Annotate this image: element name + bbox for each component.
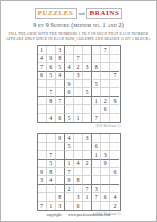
sudoku2-cell-r8c2[interactable] (47, 193, 56, 201)
sudoku2-cell-r7c3[interactable] (56, 185, 65, 193)
sudoku1-cell-r1c9[interactable] (110, 46, 119, 54)
sudoku2-cell-r6c8[interactable] (101, 176, 110, 184)
sudoku1-cell-r5c6[interactable] (83, 80, 92, 88)
puzzle-sheet: Puzzles and Brains 9 by 9 Sudoku (medium… (0, 0, 157, 222)
sudoku1-cell-r3c7[interactable]: 8 (92, 63, 101, 71)
sudoku1-cell-r1c3[interactable]: 3 (56, 46, 65, 54)
logo-puzzles-text: Puzzles (35, 8, 77, 19)
sudoku1-cell-r7c4[interactable] (65, 97, 74, 105)
sudoku1-cell-r9c9[interactable] (110, 114, 119, 122)
sudoku1-cell-r5c7[interactable]: 5 (92, 80, 101, 88)
sudoku2-cell-r3c2[interactable]: 7 (47, 151, 56, 159)
sudoku2-cell-r9c1[interactable]: 7 (38, 202, 47, 210)
sudoku2-cell-r5c4[interactable]: 7 (65, 168, 74, 176)
sudoku1-cell-r1c6[interactable] (83, 46, 92, 54)
sudoku1-cell-r2c1[interactable]: 4 (38, 55, 47, 63)
website-url: www.puzzlesandbrains.com (68, 213, 111, 217)
sudoku1-cell-r1c7[interactable] (92, 46, 101, 54)
sudoku2-cell-r1c6[interactable]: 3 (83, 134, 92, 142)
sudoku2-cell-r7c8[interactable] (101, 185, 110, 193)
sudoku2-cell-r2c3[interactable] (56, 143, 65, 151)
sudoku2-cell-r6c1[interactable]: 3 (38, 176, 47, 184)
sudoku1-cell-r9c4[interactable]: 5 (65, 114, 74, 122)
sudoku1-cell-r1c4[interactable] (65, 46, 74, 54)
sudoku2-cell-r1c9[interactable] (110, 134, 119, 142)
sudoku2-cell-r8c6[interactable]: 1 (83, 193, 92, 201)
sudoku1-cell-r8c6[interactable] (83, 105, 92, 113)
sudoku1-cell-r6c9[interactable] (110, 88, 119, 96)
logo: Puzzles and Brains (1, 8, 156, 19)
sudoku2-cell-r6c9[interactable] (110, 176, 119, 184)
sudoku1-cell-r3c4[interactable]: 4 (65, 63, 74, 71)
sudoku2-cell-r1c3[interactable]: 9 (56, 134, 65, 142)
sudoku1-cell-r4c6[interactable] (83, 72, 92, 80)
sudoku2-cell-r5c8[interactable] (101, 168, 110, 176)
sudoku2-cell-r8c1[interactable] (38, 193, 47, 201)
sudoku2-cell-r8c5[interactable]: 3 (74, 193, 83, 201)
sudoku2-cell-r9c7[interactable] (92, 202, 101, 210)
sudoku1-cell-r6c5[interactable] (74, 88, 83, 96)
sudoku1-cell-r2c2[interactable]: 9 (47, 55, 56, 63)
sudoku1-cell-r4c9[interactable]: 7 (110, 72, 119, 80)
sudoku1-cell-r4c7[interactable] (92, 72, 101, 80)
sudoku1-cell-r7c3[interactable]: 7 (56, 97, 65, 105)
sudoku1-cell-r7c2[interactable]: 8 (47, 97, 56, 105)
sudoku1-cell-r6c1[interactable] (38, 88, 47, 96)
sudoku2-cell-r9c6[interactable] (83, 202, 92, 210)
sudoku2-cell-r2c1[interactable] (38, 143, 47, 151)
sudoku1-cell-r4c4[interactable] (65, 72, 74, 80)
sudoku1-cell-r6c4[interactable]: 6 (65, 88, 74, 96)
sudoku2-cell-r3c9[interactable] (110, 151, 119, 159)
sudoku2-cell-r5c7[interactable] (92, 168, 101, 176)
page-title: 9 by 9 Sudoku (medium no. 1 and 2) (1, 22, 156, 29)
sudoku2-cell-r4c7[interactable] (92, 160, 101, 168)
sudoku2-cell-r2c4[interactable]: 5 (65, 143, 74, 151)
sudoku2-cell-r8c3[interactable]: 8 (56, 193, 65, 201)
sudoku2-cell-r1c2[interactable] (47, 134, 56, 142)
sudoku2-cell-r4c4[interactable]: 1 (65, 160, 74, 168)
sudoku1-cell-r1c1[interactable]: 1 (38, 46, 47, 54)
sudoku1-cell-r1c2[interactable] (47, 46, 56, 54)
sudoku1-cell-r5c1[interactable] (38, 80, 47, 88)
sudoku2-cell-r5c9[interactable]: 6 (110, 168, 119, 176)
sudoku2-cell-r4c5[interactable]: 4 (74, 160, 83, 168)
sudoku1-cell-r5c5[interactable] (74, 80, 83, 88)
sudoku1-cell-r3c5[interactable]: 2 (74, 63, 83, 71)
sudoku2-cell-r8c7[interactable]: 7 (92, 193, 101, 201)
sudoku-grid-2: 94356713514299876349827383176471362 (37, 133, 121, 211)
sudoku2-cell-r6c5[interactable]: 8 (74, 176, 83, 184)
sudoku1-cell-r4c2[interactable]: 5 (47, 72, 56, 80)
sudoku1-cell-r7c6[interactable] (83, 97, 92, 105)
sudoku1-cell-r3c9[interactable] (110, 63, 119, 71)
footer: copyright: www.puzzlesandbrains.com (1, 213, 156, 217)
puzzle-2: 94356713514299876349827383176471362 (9x9… (37, 133, 121, 217)
sudoku1-cell-r2c5[interactable]: 7 (74, 55, 83, 63)
sudoku2-cell-r5c5[interactable] (74, 168, 83, 176)
sudoku2-cell-r2c6[interactable] (83, 143, 92, 151)
sudoku2-cell-r1c1[interactable] (38, 134, 47, 142)
sudoku1-cell-r2c3[interactable]: 8 (56, 55, 65, 63)
sudoku1-cell-r3c6[interactable]: 3 (83, 63, 92, 71)
sudoku2-cell-r4c8[interactable]: 9 (101, 160, 110, 168)
sudoku1-cell-r3c2[interactable]: 6 (47, 63, 56, 71)
sudoku2-cell-r7c5[interactable] (74, 185, 83, 193)
sudoku2-cell-r9c3[interactable]: 3 (56, 202, 65, 210)
sudoku2-cell-r9c2[interactable]: 1 (47, 202, 56, 210)
sudoku1-cell-r6c7[interactable] (92, 88, 101, 96)
sudoku1-cell-r9c6[interactable] (83, 114, 92, 122)
sudoku1-cell-r7c8[interactable]: 2 (101, 97, 110, 105)
sudoku1-cell-r5c4[interactable]: 9 (65, 80, 74, 88)
sudoku2-cell-r5c3[interactable] (56, 168, 65, 176)
sudoku2-cell-r5c6[interactable] (83, 168, 92, 176)
sudoku2-cell-r4c9[interactable] (110, 160, 119, 168)
sudoku1-cell-r6c6[interactable]: 5 (83, 88, 92, 96)
sudoku2-cell-r7c4[interactable]: 2 (65, 185, 74, 193)
sudoku2-cell-r6c4[interactable]: 9 (65, 176, 74, 184)
sudoku1-cell-r9c5[interactable]: 1 (74, 114, 83, 122)
sudoku2-cell-r6c7[interactable] (92, 176, 101, 184)
sudoku1-cell-r1c8[interactable]: 7 (101, 46, 110, 54)
sudoku2-cell-r5c1[interactable]: 9 (38, 168, 47, 176)
sudoku1-cell-r8c8[interactable]: 6 (101, 105, 110, 113)
sudoku2-cell-r3c4[interactable] (65, 151, 74, 159)
sudoku1-cell-r8c1[interactable] (38, 105, 47, 113)
sudoku2-cell-r3c3[interactable] (56, 151, 65, 159)
sudoku1-cell-r6c2[interactable]: 7 (47, 88, 56, 96)
sudoku2-cell-r1c7[interactable] (92, 134, 101, 142)
sudoku2-cell-r1c5[interactable] (74, 134, 83, 142)
sudoku2-cell-r5c2[interactable]: 8 (47, 168, 56, 176)
logo-brains-text: Brains (86, 8, 122, 19)
sudoku1-cell-r7c9[interactable]: 9 (110, 97, 119, 105)
sudoku2-cell-r6c2[interactable]: 4 (47, 176, 56, 184)
sudoku2-cell-r7c6[interactable]: 7 (83, 185, 92, 193)
sudoku2-cell-r6c6[interactable] (83, 176, 92, 184)
sudoku2-cell-r3c8[interactable]: 3 (101, 151, 110, 159)
sudoku1-cell-r8c9[interactable] (110, 105, 119, 113)
sudoku1-cell-r9c8[interactable] (101, 114, 110, 122)
sudoku2-cell-r2c8[interactable] (101, 143, 110, 151)
sudoku1-cell-r4c8[interactable] (101, 72, 110, 80)
instructions: Fill the grid with the numbers 1 to 9 in… (1, 32, 156, 41)
sudoku1-cell-r3c1[interactable]: 7 (38, 63, 47, 71)
sudoku2-cell-r2c5[interactable] (74, 143, 83, 151)
sudoku2-cell-r8c8[interactable]: 6 (101, 193, 110, 201)
copyright-label: copyright: (46, 213, 62, 217)
sudoku1-cell-r7c5[interactable] (74, 97, 83, 105)
sudoku2-cell-r3c6[interactable] (83, 151, 92, 159)
puzzle-1: 13749877654238654379576587129646517 (9x9… (37, 45, 121, 129)
sudoku2-cell-r6c3[interactable] (56, 176, 65, 184)
sudoku2-cell-r4c3[interactable] (56, 160, 65, 168)
sudoku2-cell-r8c4[interactable] (65, 193, 74, 201)
sudoku1-cell-r2c6[interactable] (83, 55, 92, 63)
sudoku2-cell-r7c7[interactable]: 3 (92, 185, 101, 193)
sudoku1-cell-r7c1[interactable] (38, 97, 47, 105)
sudoku1-cell-r4c1[interactable]: 6 (38, 72, 47, 80)
sudoku2-cell-r3c7[interactable]: 1 (92, 151, 101, 159)
sudoku2-cell-r9c8[interactable] (101, 202, 110, 210)
sudoku1-cell-r5c9[interactable] (110, 80, 119, 88)
sudoku2-cell-r2c9[interactable] (110, 143, 119, 151)
sudoku2-cell-r1c8[interactable] (101, 134, 110, 142)
sudoku1-cell-r8c3[interactable] (56, 105, 65, 113)
sudoku1-cell-r9c1[interactable] (38, 114, 47, 122)
sudoku1-cell-r8c2[interactable] (47, 105, 56, 113)
sudoku1-cell-r5c2[interactable] (47, 80, 56, 88)
sudoku1-cell-r6c8[interactable] (101, 88, 110, 96)
sudoku1-cell-r9c7[interactable]: 7 (92, 114, 101, 122)
sudoku1-cell-r2c9[interactable] (110, 55, 119, 63)
sudoku2-cell-r9c9[interactable]: 2 (110, 202, 119, 210)
sudoku2-cell-r4c1[interactable] (38, 160, 47, 168)
sudoku1-cell-r5c8[interactable] (101, 80, 110, 88)
sudoku1-cell-r1c5[interactable] (74, 46, 83, 54)
sudoku1-cell-r4c3[interactable]: 4 (56, 72, 65, 80)
sudoku1-cell-r9c3[interactable]: 6 (56, 114, 65, 122)
sudoku1-cell-r3c3[interactable]: 5 (56, 63, 65, 71)
puzzle-1-caption: (9x9 Medium 1) (37, 124, 121, 129)
sudoku2-cell-r7c1[interactable] (38, 185, 47, 193)
logo-and-text: and (79, 11, 85, 16)
sudoku2-cell-r9c4[interactable] (65, 202, 74, 210)
sudoku1-cell-r2c8[interactable] (101, 55, 110, 63)
sudoku1-cell-r9c2[interactable]: 4 (47, 114, 56, 122)
sudoku1-cell-r5c3[interactable] (56, 80, 65, 88)
sudoku2-cell-r4c6[interactable]: 2 (83, 160, 92, 168)
sudoku1-cell-r6c3[interactable] (56, 88, 65, 96)
instructions-line-1: Fill the grid with the numbers 1 to 9 in… (1, 32, 156, 37)
sudoku2-cell-r1c4[interactable]: 4 (65, 134, 74, 142)
sudoku1-cell-r8c7[interactable] (92, 105, 101, 113)
sudoku2-cell-r3c5[interactable] (74, 151, 83, 159)
sudoku-grid-1: 13749877654238654379576587129646517 (37, 45, 121, 123)
sudoku2-cell-r2c7[interactable]: 6 (92, 143, 101, 151)
sudoku1-cell-r8c4[interactable] (65, 105, 74, 113)
sudoku2-cell-r8c9[interactable]: 4 (110, 193, 119, 201)
sudoku1-cell-r2c4[interactable] (65, 55, 74, 63)
sudoku1-cell-r8c5[interactable] (74, 105, 83, 113)
sudoku1-cell-r2c7[interactable] (92, 55, 101, 63)
sudoku2-cell-r7c9[interactable] (110, 185, 119, 193)
sudoku1-cell-r3c8[interactable] (101, 63, 110, 71)
sudoku2-cell-r4c2[interactable]: 5 (47, 160, 56, 168)
sudoku2-cell-r2c2[interactable] (47, 143, 56, 151)
sudoku2-cell-r7c2[interactable] (47, 185, 56, 193)
sudoku1-cell-r4c5[interactable]: 3 (74, 72, 83, 80)
sudoku1-cell-r7c7[interactable]: 1 (92, 97, 101, 105)
instructions-line-2: appears only once in each row, column an… (1, 37, 156, 42)
sudoku2-cell-r9c5[interactable]: 6 (74, 202, 83, 210)
sudoku2-cell-r3c1[interactable] (38, 151, 47, 159)
